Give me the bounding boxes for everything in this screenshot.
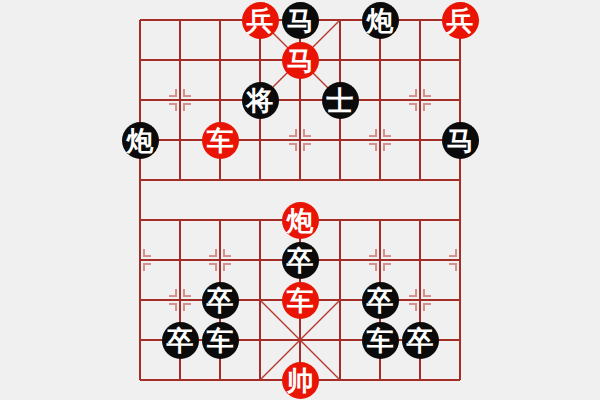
piece-label: 马 bbox=[287, 48, 314, 75]
piece-red-horse[interactable]: 马 bbox=[282, 42, 319, 79]
piece-black-horse[interactable]: 马 bbox=[442, 122, 479, 159]
piece-red-chariot[interactable]: 车 bbox=[202, 122, 239, 159]
piece-red-soldier[interactable]: 兵 bbox=[242, 2, 279, 39]
piece-black-horse[interactable]: 马 bbox=[282, 2, 319, 39]
piece-label: 卒 bbox=[407, 328, 434, 355]
piece-label: 车 bbox=[287, 288, 314, 315]
xiangqi-screen: 兵马炮兵马将士炮车马炮卒卒车卒卒车车卒帅 bbox=[0, 0, 600, 400]
piece-label: 将 bbox=[247, 88, 274, 115]
piece-label: 卒 bbox=[167, 328, 194, 355]
piece-black-chariot[interactable]: 车 bbox=[362, 322, 399, 359]
piece-black-soldier[interactable]: 卒 bbox=[162, 322, 199, 359]
piece-label: 炮 bbox=[287, 208, 314, 235]
piece-label: 炮 bbox=[127, 128, 154, 155]
piece-label: 马 bbox=[287, 8, 314, 35]
piece-red-cannon[interactable]: 炮 bbox=[282, 202, 319, 239]
piece-label: 卒 bbox=[207, 288, 234, 315]
piece-red-soldier[interactable]: 兵 bbox=[442, 2, 479, 39]
piece-label: 兵 bbox=[447, 8, 474, 35]
piece-black-soldier[interactable]: 卒 bbox=[362, 282, 399, 319]
xiangqi-board: 兵马炮兵马将士炮车马炮卒卒车卒卒车车卒帅 bbox=[0, 0, 600, 400]
piece-black-soldier[interactable]: 卒 bbox=[202, 282, 239, 319]
piece-black-general[interactable]: 将 bbox=[242, 82, 279, 119]
piece-label: 兵 bbox=[247, 8, 274, 35]
piece-label: 士 bbox=[327, 88, 354, 115]
piece-black-cannon[interactable]: 炮 bbox=[122, 122, 159, 159]
piece-label: 车 bbox=[207, 128, 234, 155]
piece-label: 炮 bbox=[367, 8, 394, 35]
piece-red-chariot[interactable]: 车 bbox=[282, 282, 319, 319]
piece-black-cannon[interactable]: 炮 bbox=[362, 2, 399, 39]
piece-black-soldier[interactable]: 卒 bbox=[282, 242, 319, 279]
pieces-layer: 兵马炮兵马将士炮车马炮卒卒车卒卒车车卒帅 bbox=[120, 0, 480, 400]
piece-label: 车 bbox=[207, 328, 234, 355]
piece-black-advisor[interactable]: 士 bbox=[322, 82, 359, 119]
piece-label: 卒 bbox=[367, 288, 394, 315]
piece-label: 卒 bbox=[287, 248, 314, 275]
piece-label: 车 bbox=[367, 328, 394, 355]
piece-label: 马 bbox=[447, 128, 474, 155]
piece-black-chariot[interactable]: 车 bbox=[202, 322, 239, 359]
piece-black-soldier[interactable]: 卒 bbox=[402, 322, 439, 359]
piece-label: 帅 bbox=[287, 368, 314, 395]
piece-red-general[interactable]: 帅 bbox=[282, 362, 319, 399]
